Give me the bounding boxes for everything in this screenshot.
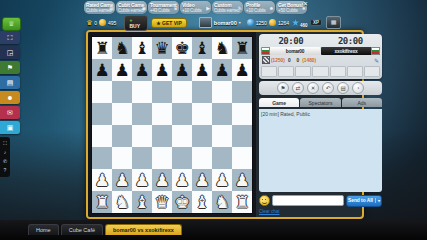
square-d8[interactable]: ♛ <box>152 37 172 59</box>
square-b8[interactable]: ♞ <box>112 37 132 59</box>
piece-white-pawn-f2[interactable]: ♟ <box>192 169 212 191</box>
toolbar: ♛ 0 495 + BUY ★ GET VIP bomar00 ▾ 1250 1… <box>86 16 341 29</box>
square-d4[interactable] <box>152 125 172 147</box>
top-tab-cubit-game[interactable]: Cubit Game Cubits earned ◉ <box>116 1 147 14</box>
black-player-name: xxokifirexx <box>321 49 371 54</box>
piece-black-pawn-d7[interactable]: ♟ <box>152 59 172 81</box>
square-b2[interactable]: ♟ <box>112 169 132 191</box>
abort-button[interactable]: ✕ <box>307 82 319 94</box>
square-b7[interactable]: ♟ <box>112 59 132 81</box>
username: bomar00 <box>214 20 237 26</box>
piece-white-queen-d1[interactable]: ♛ <box>152 191 172 213</box>
avatar <box>199 17 212 28</box>
square-h4[interactable] <box>232 125 252 147</box>
draw-offer-button[interactable]: ⇄ <box>292 82 304 94</box>
star-icon: ★ <box>156 20 160 26</box>
emoji-icon[interactable] <box>259 195 270 206</box>
video-icon: ▶ <box>206 5 210 11</box>
square-c3[interactable] <box>132 147 152 169</box>
white-clock: 20:00 <box>261 36 321 46</box>
piece-black-pawn-h7[interactable]: ♟ <box>232 59 252 81</box>
square-e8[interactable]: ♚ <box>172 37 192 59</box>
piece-black-rook-a8[interactable]: ♜ <box>92 37 112 59</box>
gold-coin-icon <box>269 19 276 26</box>
help-icon[interactable]: ? <box>0 166 10 175</box>
save-game-button[interactable]: ▤ <box>337 82 349 94</box>
top-tab-strip: Rated Game Cubits earned ▦Cubit Game Cub… <box>84 1 307 14</box>
square-e5[interactable] <box>172 103 192 125</box>
piece-white-knight-g1[interactable]: ♞ <box>212 191 232 213</box>
buy-button[interactable]: + BUY <box>124 15 148 31</box>
piece-black-rook-h8[interactable]: ♜ <box>232 37 252 59</box>
piece-black-bishop-f8[interactable]: ♝ <box>192 37 212 59</box>
square-b5[interactable] <box>112 103 132 125</box>
custom-icon: ✎ <box>238 5 242 11</box>
piece-white-bishop-c1[interactable]: ♝ <box>132 191 152 213</box>
square-e1[interactable]: ♚ <box>172 191 192 213</box>
piece-black-knight-g8[interactable]: ♞ <box>212 37 232 59</box>
piece-white-rook-a1[interactable]: ♜ <box>92 191 112 213</box>
square-b1[interactable]: ♞ <box>112 191 132 213</box>
cubit-coin-icon <box>247 19 254 26</box>
square-f8[interactable]: ♝ <box>192 37 212 59</box>
square-h8[interactable]: ♜ <box>232 37 252 59</box>
square-f1[interactable]: ♝ <box>192 191 212 213</box>
desktop: Rated Game Cubits earned ▦Cubit Game Cub… <box>0 0 427 240</box>
game-window: ♜♞♝♛♚♝♞♜♟♟♟♟♟♟♟♟♟♟♟♟♟♟♟♟♜♞♝♛♚♝♞♜ 20:00 2… <box>86 30 364 219</box>
square-a2[interactable]: ♟ <box>92 169 112 191</box>
square-a8[interactable]: ♜ <box>92 37 112 59</box>
taskbar-tab-bomar00-vs-xxokifirexx[interactable]: bomar00 vs xxokifirexx <box>105 224 182 235</box>
square-e6[interactable] <box>172 81 192 103</box>
square-g1[interactable]: ♞ <box>212 191 232 213</box>
xp-badge: XP <box>310 19 322 26</box>
square-h5[interactable] <box>232 103 252 125</box>
top-tab-rated-game[interactable]: Rated Game Cubits earned ▦ <box>84 1 115 14</box>
square-g3[interactable] <box>212 147 232 169</box>
square-h1[interactable]: ♜ <box>232 191 252 213</box>
captured-pieces-tray <box>261 66 380 77</box>
square-c8[interactable]: ♝ <box>132 37 152 59</box>
chess-board: ♜♞♝♛♚♝♞♜♟♟♟♟♟♟♟♟♟♟♟♟♟♟♟♟♜♞♝♛♚♝♞♜ <box>91 36 253 214</box>
black-score: 0 <box>297 58 300 63</box>
black-clock: 20:00 <box>321 36 381 46</box>
coin-icon <box>99 19 106 26</box>
chat-input-row: Send to All▾ <box>259 194 382 207</box>
taskbar-tabs: HomeCube Cafébomar00 vs xxokifirexx <box>28 224 182 235</box>
black-flag-icon <box>371 47 380 55</box>
square-c5[interactable] <box>132 103 152 125</box>
gold-value: 1264 <box>278 20 289 26</box>
square-d1[interactable]: ♛ <box>152 191 172 213</box>
square-g2[interactable]: ♟ <box>212 169 232 191</box>
xp-value: 460 <box>300 21 308 31</box>
square-d7[interactable]: ♟ <box>152 59 172 81</box>
square-e2[interactable]: ♟ <box>172 169 192 191</box>
trophy-button[interactable]: ♕ <box>2 17 21 31</box>
chat-input[interactable] <box>272 195 344 206</box>
miniboard-icon <box>262 56 270 64</box>
fullscreen-icon[interactable]: ⛶ <box>0 139 10 148</box>
currency-group: ♛ 0 495 <box>86 19 116 26</box>
panel-tab-ads[interactable]: Ads <box>342 98 382 107</box>
piece-white-pawn-d2[interactable]: ♟ <box>152 169 172 191</box>
square-a4[interactable] <box>92 125 112 147</box>
white-rating: (1250) <box>271 58 285 63</box>
piece-white-pawn-g2[interactable]: ♟ <box>212 169 232 191</box>
sidebar: ⛶◲⚑▤☻✉▣ <box>0 31 20 136</box>
piece-white-pawn-e2[interactable]: ♟ <box>172 169 192 191</box>
white-player-name: bomar00 <box>270 49 320 54</box>
sidebar-item-business[interactable]: ▤ <box>0 76 20 89</box>
square-a1[interactable]: ♜ <box>92 191 112 213</box>
resign-flag-button[interactable]: ⚑ <box>277 82 289 94</box>
game-side-panel: 20:00 20:00 bomar00 xxokifirexx (1250) <box>256 32 385 217</box>
piece-white-rook-h1[interactable]: ♜ <box>232 191 252 213</box>
piece-black-queen-d8[interactable]: ♛ <box>152 37 172 59</box>
balance-group: 1250 1264 <box>247 19 289 26</box>
cubits-value: 1250 <box>256 20 267 26</box>
square-d5[interactable] <box>152 103 172 125</box>
square-h6[interactable] <box>232 81 252 103</box>
piece-black-pawn-e7[interactable]: ♟ <box>172 59 192 81</box>
piece-white-pawn-h2[interactable]: ♟ <box>232 169 252 191</box>
square-f2[interactable]: ♟ <box>192 169 212 191</box>
panel-tab-spectators[interactable]: Spectators <box>300 98 340 107</box>
square-g7[interactable]: ♟ <box>212 59 232 81</box>
sound-icon[interactable]: ♪ <box>0 148 10 157</box>
piece-black-bishop-c8[interactable]: ♝ <box>132 37 152 59</box>
square-e3[interactable] <box>172 147 192 169</box>
takeback-button[interactable]: ↶ <box>322 82 334 94</box>
taskbar: HomeCube Cafébomar00 vs xxokifirexx <box>0 220 427 240</box>
piece-white-king-e1[interactable]: ♚ <box>172 191 192 213</box>
settings-button[interactable]: ◔ <box>352 82 364 94</box>
piece-white-pawn-b2[interactable]: ♟ <box>112 169 132 191</box>
square-f3[interactable] <box>192 147 212 169</box>
send-dropdown-icon[interactable]: ▾ <box>375 198 380 203</box>
black-player-bar: xxokifirexx <box>321 47 380 55</box>
white-flag-icon <box>261 47 270 55</box>
coin-icon: ◉ <box>142 5 146 11</box>
piece-black-pawn-f7[interactable]: ♟ <box>192 59 212 81</box>
trophy-icon: ♛ <box>174 5 178 11</box>
square-b3[interactable] <box>112 147 132 169</box>
pencil-icon[interactable]: ✎ <box>374 57 379 64</box>
piece-black-pawn-b7[interactable]: ♟ <box>112 59 132 81</box>
chat-link[interactable]: Clear chat <box>259 209 382 215</box>
square-b6[interactable] <box>112 81 132 103</box>
close-icon[interactable]: ✕ <box>303 0 308 7</box>
square-f7[interactable]: ♟ <box>192 59 212 81</box>
sidebar-item-play[interactable]: ⛶ <box>0 31 20 44</box>
panel-tab-game[interactable]: Game <box>259 98 299 107</box>
send-to-all-button[interactable]: Send to All▾ <box>346 195 382 207</box>
piece-white-pawn-a2[interactable]: ♟ <box>92 169 112 191</box>
square-d2[interactable]: ♟ <box>152 169 172 191</box>
top-tab-tournament[interactable]: Tournament +43 Cubits ♛ <box>148 1 179 14</box>
square-e4[interactable] <box>172 125 192 147</box>
sidebar-item-chat[interactable]: ✉ <box>0 106 20 119</box>
clock-panel: 20:00 20:00 bomar00 xxokifirexx (1250) <box>259 34 382 79</box>
ratings-row: (1250) 0 0 (1480) ✎ <box>261 56 380 64</box>
xp-star-icon: ★460 <box>291 18 300 28</box>
square-c1[interactable]: ♝ <box>132 191 152 213</box>
square-e7[interactable]: ♟ <box>172 59 192 81</box>
piece-black-pawn-a7[interactable]: ♟ <box>92 59 112 81</box>
square-a5[interactable] <box>92 103 112 125</box>
square-f6[interactable] <box>192 81 212 103</box>
piece-black-king-e8[interactable]: ♚ <box>172 37 192 59</box>
top-tab-custom[interactable]: Custom Cubits earned ✎ <box>212 1 243 14</box>
coins-value: 495 <box>108 20 116 26</box>
square-a6[interactable] <box>92 81 112 103</box>
top-tab-video[interactable]: Video +10 Cubits ▶ <box>180 1 211 14</box>
square-h2[interactable]: ♟ <box>232 169 252 191</box>
piece-white-bishop-f1[interactable]: ♝ <box>192 191 212 213</box>
square-h3[interactable] <box>232 147 252 169</box>
top-tab-profile[interactable]: Profile +10 Cubits ☻ <box>244 1 275 14</box>
sidebar-mini-strip: ⛶♪✆? <box>0 137 10 177</box>
piece-black-pawn-c7[interactable]: ♟ <box>132 59 152 81</box>
square-c2[interactable]: ♟ <box>132 169 152 191</box>
sidebar-item-watch[interactable]: ◲ <box>0 46 20 59</box>
chevron-down-icon: ▾ <box>239 20 241 25</box>
game-info-text: [20 min] Rated, Public <box>261 111 310 117</box>
notifications-widget[interactable]: ▦ <box>326 16 341 29</box>
square-b4[interactable] <box>112 125 132 147</box>
crown-value: 0 <box>94 20 97 26</box>
square-a3[interactable] <box>92 147 112 169</box>
piece-white-pawn-c2[interactable]: ♟ <box>132 169 152 191</box>
white-player-bar: bomar00 <box>261 47 320 55</box>
get-vip-button[interactable]: ★ GET VIP <box>151 18 187 28</box>
piece-black-knight-b8[interactable]: ♞ <box>112 37 132 59</box>
square-f5[interactable] <box>192 103 212 125</box>
taskbar-tab-home[interactable]: Home <box>28 224 59 235</box>
square-g4[interactable] <box>212 125 232 147</box>
game-controls: ⚑⇄✕↶▤◔ <box>259 81 382 95</box>
square-c7[interactable]: ♟ <box>132 59 152 81</box>
sidebar-item-shop[interactable]: ▣ <box>0 121 20 134</box>
piece-white-knight-b1[interactable]: ♞ <box>112 191 132 213</box>
square-d3[interactable] <box>152 147 172 169</box>
square-g6[interactable] <box>212 81 232 103</box>
board-frame: ♜♞♝♛♚♝♞♜♟♟♟♟♟♟♟♟♟♟♟♟♟♟♟♟♜♞♝♛♚♝♞♜ <box>88 32 256 217</box>
black-rating: (1480) <box>302 58 316 63</box>
square-g8[interactable]: ♞ <box>212 37 232 59</box>
square-c4[interactable] <box>132 125 152 147</box>
sidebar-item-learn[interactable]: ⚑ <box>0 61 20 74</box>
phone-icon[interactable]: ✆ <box>0 157 10 166</box>
square-d6[interactable] <box>152 81 172 103</box>
square-g5[interactable] <box>212 103 232 125</box>
panel-tabs: GameSpectatorsAds <box>259 98 382 107</box>
square-h7[interactable]: ♟ <box>232 59 252 81</box>
sidebar-item-friends[interactable]: ☻ <box>0 91 20 104</box>
white-score: 0 <box>288 58 291 63</box>
square-c6[interactable] <box>132 81 152 103</box>
piece-black-pawn-g7[interactable]: ♟ <box>212 59 232 81</box>
square-a7[interactable]: ♟ <box>92 59 112 81</box>
taskbar-tab-cube-caf-[interactable]: Cube Café <box>61 224 103 235</box>
chat-area[interactable]: [20 min] Rated, Public <box>259 109 382 192</box>
user-menu[interactable]: bomar00 ▾ <box>199 17 241 28</box>
board-icon: ▦ <box>109 5 114 11</box>
crown-icon: ♛ <box>86 19 92 26</box>
square-f4[interactable] <box>192 125 212 147</box>
profile-icon: ☻ <box>269 5 274 11</box>
